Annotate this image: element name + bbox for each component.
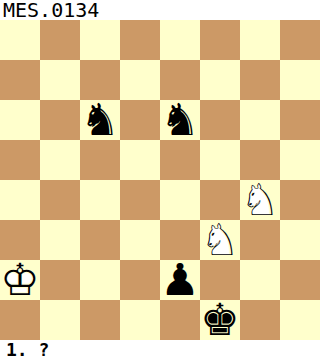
square-d8[interactable]: [120, 20, 160, 60]
square-h8[interactable]: [280, 20, 320, 60]
square-c6[interactable]: ♞: [80, 100, 120, 140]
square-g4[interactable]: ♞♘: [240, 180, 280, 220]
move-prompt: 1. ?: [0, 340, 320, 360]
square-c5[interactable]: [80, 140, 120, 180]
square-a5[interactable]: [0, 140, 40, 180]
black-king-icon: ♚: [200, 300, 240, 340]
square-g8[interactable]: [240, 20, 280, 60]
square-f2[interactable]: [200, 260, 240, 300]
white-king-icon: ♚♔: [0, 260, 40, 300]
square-c8[interactable]: [80, 20, 120, 60]
square-f8[interactable]: [200, 20, 240, 60]
chess-board: ♞♞♞♘♞♘♚♔♟♚: [0, 20, 320, 340]
square-a2[interactable]: ♚♔: [0, 260, 40, 300]
square-e3[interactable]: [160, 220, 200, 260]
square-c7[interactable]: [80, 60, 120, 100]
square-b4[interactable]: [40, 180, 80, 220]
square-b2[interactable]: [40, 260, 80, 300]
square-d5[interactable]: [120, 140, 160, 180]
square-d6[interactable]: [120, 100, 160, 140]
square-e4[interactable]: [160, 180, 200, 220]
square-f1[interactable]: ♚: [200, 300, 240, 340]
square-b1[interactable]: [40, 300, 80, 340]
square-f5[interactable]: [200, 140, 240, 180]
square-h3[interactable]: [280, 220, 320, 260]
black-pawn-icon: ♟: [160, 260, 200, 300]
square-a4[interactable]: [0, 180, 40, 220]
square-f7[interactable]: [200, 60, 240, 100]
square-e2[interactable]: ♟: [160, 260, 200, 300]
square-a6[interactable]: [0, 100, 40, 140]
square-f3[interactable]: ♞♘: [200, 220, 240, 260]
square-g7[interactable]: [240, 60, 280, 100]
square-b8[interactable]: [40, 20, 80, 60]
square-h2[interactable]: [280, 260, 320, 300]
puzzle-title: MES.0134: [0, 0, 320, 20]
white-knight-icon: ♞♘: [200, 220, 240, 260]
square-g5[interactable]: [240, 140, 280, 180]
square-c1[interactable]: [80, 300, 120, 340]
square-d2[interactable]: [120, 260, 160, 300]
square-b5[interactable]: [40, 140, 80, 180]
square-c3[interactable]: [80, 220, 120, 260]
white-knight-icon: ♞♘: [240, 180, 280, 220]
square-e6[interactable]: ♞: [160, 100, 200, 140]
square-a3[interactable]: [0, 220, 40, 260]
square-h5[interactable]: [280, 140, 320, 180]
square-h7[interactable]: [280, 60, 320, 100]
black-knight-icon: ♞: [80, 100, 120, 140]
square-h1[interactable]: [280, 300, 320, 340]
square-a7[interactable]: [0, 60, 40, 100]
square-d7[interactable]: [120, 60, 160, 100]
square-e1[interactable]: [160, 300, 200, 340]
square-g6[interactable]: [240, 100, 280, 140]
square-e8[interactable]: [160, 20, 200, 60]
square-h4[interactable]: [280, 180, 320, 220]
square-b3[interactable]: [40, 220, 80, 260]
square-f4[interactable]: [200, 180, 240, 220]
square-b7[interactable]: [40, 60, 80, 100]
square-a1[interactable]: [0, 300, 40, 340]
square-e5[interactable]: [160, 140, 200, 180]
square-f6[interactable]: [200, 100, 240, 140]
square-g2[interactable]: [240, 260, 280, 300]
square-d1[interactable]: [120, 300, 160, 340]
square-b6[interactable]: [40, 100, 80, 140]
square-d4[interactable]: [120, 180, 160, 220]
square-d3[interactable]: [120, 220, 160, 260]
black-knight-icon: ♞: [160, 100, 200, 140]
square-h6[interactable]: [280, 100, 320, 140]
square-g3[interactable]: [240, 220, 280, 260]
square-c4[interactable]: [80, 180, 120, 220]
square-e7[interactable]: [160, 60, 200, 100]
square-g1[interactable]: [240, 300, 280, 340]
square-c2[interactable]: [80, 260, 120, 300]
square-a8[interactable]: [0, 20, 40, 60]
